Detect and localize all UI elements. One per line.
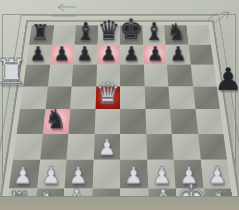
square-b6[interactable]	[47, 65, 73, 86]
square-e6[interactable]	[120, 65, 144, 86]
piece-black-rook-a8[interactable]: ♜	[31, 22, 50, 44]
square-e5[interactable]	[120, 86, 145, 109]
square-d3[interactable]: ♟	[93, 134, 120, 160]
piece-black-king-e8[interactable]: ♚	[119, 16, 142, 44]
piece-white-pawn-d3[interactable]: ♟	[97, 136, 116, 159]
piece-black-pawn-a7[interactable]: ♟	[29, 44, 46, 64]
piece-black-bishop-c8[interactable]: ♝	[75, 20, 95, 44]
square-d7[interactable]: ♟	[96, 45, 119, 65]
square-c4[interactable]	[68, 109, 95, 133]
square-f5[interactable]	[144, 86, 170, 109]
square-h7[interactable]	[188, 45, 214, 65]
square-a2[interactable]: ♟	[8, 160, 39, 188]
square-b3[interactable]	[39, 134, 68, 160]
square-c5[interactable]	[70, 86, 96, 109]
square-d2[interactable]	[92, 160, 120, 188]
square-h4[interactable]	[194, 109, 222, 133]
square-g6[interactable]	[166, 65, 192, 86]
piece-black-pawn-c7[interactable]: ♟	[76, 44, 92, 64]
piece-black-knight-g8[interactable]: ♞	[167, 21, 186, 44]
piece-white-queen-d5[interactable]: ♛	[95, 78, 120, 108]
table-surface: ♜♝♛♚♝♞♟♟♟♟♟♟♟♛♞♟♟♟♟♟♟♟♟♜♞♝♝♚♞ ♜ ♟	[0, 0, 239, 210]
square-h6[interactable]	[190, 65, 216, 86]
square-a7[interactable]: ♟	[26, 45, 52, 65]
square-g4[interactable]	[169, 109, 197, 133]
square-c7[interactable]: ♟	[73, 45, 97, 65]
square-e7[interactable]: ♟	[120, 45, 143, 65]
piece-black-queen-d8[interactable]: ♛	[97, 17, 119, 44]
square-c3[interactable]	[66, 134, 94, 160]
captured-white-rook: ♜	[0, 54, 28, 91]
square-f7[interactable]: ♟	[142, 45, 166, 65]
square-e3[interactable]	[120, 134, 147, 160]
piece-black-bishop-f8[interactable]: ♝	[143, 20, 163, 44]
chess-board: ♜♝♛♚♝♞♟♟♟♟♟♟♟♛♞♟♟♟♟♟♟♟♟♜♞♝♝♚♞	[0, 21, 239, 210]
square-a3[interactable]	[12, 134, 42, 160]
square-d4[interactable]	[94, 109, 120, 133]
square-f4[interactable]	[144, 109, 171, 133]
square-e2[interactable]: ♟	[120, 160, 148, 188]
piece-white-pawn-e2[interactable]: ♟	[124, 163, 143, 187]
piece-white-pawn-a2[interactable]: ♟	[13, 163, 33, 187]
square-e4[interactable]	[120, 109, 146, 133]
captured-black-pawn: ♟	[214, 64, 239, 95]
piece-black-pawn-f7[interactable]: ♟	[146, 44, 162, 64]
piece-black-pawn-d7[interactable]: ♟	[100, 44, 116, 64]
piece-black-pawn-b7[interactable]: ♟	[53, 44, 69, 64]
square-g3[interactable]	[171, 134, 200, 160]
piece-black-pawn-e7[interactable]: ♟	[123, 44, 139, 64]
square-f3[interactable]	[145, 134, 173, 160]
table-front-edge	[0, 196, 239, 210]
square-d5[interactable]: ♛	[95, 86, 120, 109]
square-g7[interactable]: ♟	[165, 45, 190, 65]
chess-board-grid: ♜♝♛♚♝♞♟♟♟♟♟♟♟♛♞♟♟♟♟♟♟♟♟♜♞♝♝♚♞	[4, 26, 234, 210]
square-c6[interactable]	[71, 65, 96, 86]
square-g5[interactable]	[168, 86, 195, 109]
square-b4[interactable]: ♞	[42, 109, 70, 133]
square-h3[interactable]	[197, 134, 227, 160]
piece-black-knight-b4[interactable]: ♞	[44, 106, 66, 133]
square-b7[interactable]: ♟	[49, 45, 74, 65]
corner-etching-icon	[48, 4, 78, 20]
square-f6[interactable]	[143, 65, 168, 86]
square-h8[interactable]	[186, 26, 211, 45]
square-a4[interactable]	[16, 109, 44, 133]
piece-black-pawn-g7[interactable]: ♟	[170, 44, 186, 64]
